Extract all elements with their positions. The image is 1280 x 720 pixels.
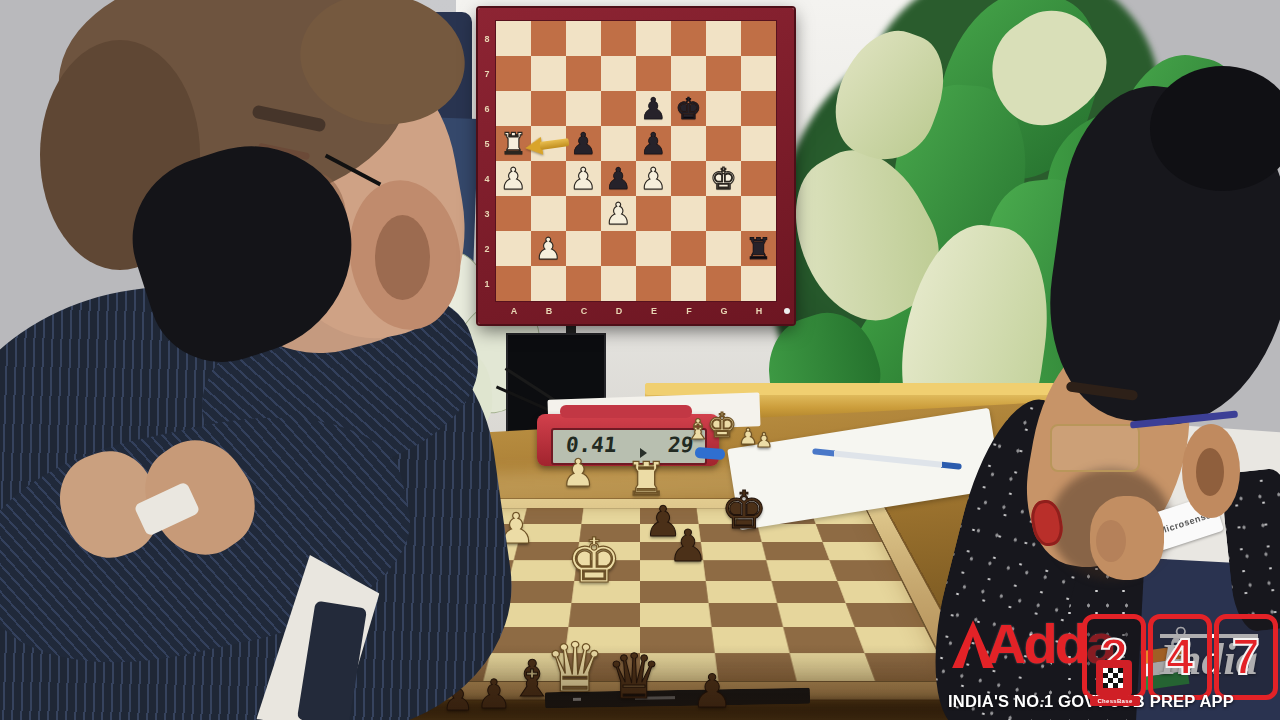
file-label-B: B	[543, 306, 555, 316]
square-e5: ♟	[636, 126, 671, 161]
rank-label-6: 6	[482, 104, 492, 114]
rank-label-1: 1	[482, 279, 492, 289]
square-a7	[496, 56, 531, 91]
physical-piece-wK: ♚	[566, 530, 622, 592]
square-g3	[706, 196, 741, 231]
physical-piece-bK: ♚	[721, 484, 768, 536]
square-f2	[671, 231, 706, 266]
right-player-thumb	[1096, 520, 1126, 562]
square-d5	[601, 126, 636, 161]
square-e2	[636, 231, 671, 266]
square-e6: ♟	[636, 91, 671, 126]
file-label-A: A	[508, 306, 520, 316]
diagram-piece-p-e5: ♟	[640, 129, 667, 159]
square-b7	[531, 56, 566, 91]
diagram-piece-p-d4: ♟	[605, 164, 632, 194]
physical-piece-wB: ♝	[685, 416, 710, 444]
square-c2	[566, 231, 601, 266]
square-e1	[636, 266, 671, 301]
square-d8	[601, 21, 636, 56]
square-g1	[706, 266, 741, 301]
square-b2: ♟	[531, 231, 566, 266]
square-c6	[566, 91, 601, 126]
square-h6	[741, 91, 776, 126]
square-g6	[706, 91, 741, 126]
file-label-F: F	[683, 306, 695, 316]
square-e4: ♟	[636, 161, 671, 196]
square-a2	[496, 231, 531, 266]
physical-piece-wR: ♜	[625, 456, 666, 502]
glasses-lens	[1050, 424, 1140, 472]
diagram-piece-r-h2: ♜	[745, 234, 772, 264]
diagram-piece-P-c4: ♟	[570, 164, 597, 194]
rank-label-4: 4	[482, 174, 492, 184]
chessbase-label: ChessBase	[1090, 696, 1140, 706]
square-b1	[531, 266, 566, 301]
square-f4	[671, 161, 706, 196]
chessbase-cube-icon	[1096, 660, 1132, 696]
square-a8	[496, 21, 531, 56]
square-c5: ♟	[566, 126, 601, 161]
diagram-piece-p-c5: ♟	[570, 129, 597, 159]
square-b4	[531, 161, 566, 196]
square-c8	[566, 21, 601, 56]
file-label-E: E	[648, 306, 660, 316]
logo-digit: 7	[1232, 628, 1260, 686]
diagram-piece-P-d3: ♟	[605, 199, 632, 229]
square-g2	[706, 231, 741, 266]
square-g7	[706, 56, 741, 91]
square-f1	[671, 266, 706, 301]
square-d4: ♟	[601, 161, 636, 196]
rank-label-8: 8	[482, 34, 492, 44]
square-a3	[496, 196, 531, 231]
chessbase-label-text: ChessBase	[1097, 698, 1132, 704]
square-a1	[496, 266, 531, 301]
diagram-piece-P-a4: ♟	[500, 164, 527, 194]
square-h7	[741, 56, 776, 91]
square-b6	[531, 91, 566, 126]
physical-piece-wP: ♟	[755, 430, 773, 450]
square-c7	[566, 56, 601, 91]
diagram-piece-k-f6: ♚	[675, 94, 702, 124]
physical-piece-wP: ♟	[561, 454, 595, 492]
square-g4: ♚	[706, 161, 741, 196]
square-e7	[636, 56, 671, 91]
pen-cap	[695, 447, 726, 460]
square-d7	[601, 56, 636, 91]
diagram-piece-p-e6: ♟	[640, 94, 667, 124]
square-h3	[741, 196, 776, 231]
diagram-piece-P-e4: ♟	[640, 164, 667, 194]
rank-label-7: 7	[482, 69, 492, 79]
square-h5	[741, 126, 776, 161]
clock-rocker	[560, 405, 692, 418]
rank-label-3: 3	[482, 209, 492, 219]
diagram-piece-R-a5: ♜	[500, 129, 527, 159]
file-label-D: D	[613, 306, 625, 316]
square-f3	[671, 196, 706, 231]
logo-digit: 4	[1166, 628, 1194, 686]
square-h1	[741, 266, 776, 301]
square-f7	[671, 56, 706, 91]
file-label-G: G	[718, 306, 730, 316]
diagram-piece-P-b2: ♟	[535, 234, 562, 264]
square-c4: ♟	[566, 161, 601, 196]
square-a6	[496, 91, 531, 126]
diagram-board: ♟♚♜♟♟♟♟♟♟♚♟♟♜	[496, 21, 776, 301]
left-player-ear-inner	[375, 215, 430, 300]
square-d2	[601, 231, 636, 266]
square-h2: ♜	[741, 231, 776, 266]
rank-label-5: 5	[482, 139, 492, 149]
physical-piece-bP: ♟	[668, 524, 707, 568]
broadcast-frame: 0.41 29 Microsense ♟♚♜♟♟♟♟♟♟♚♟♟♜	[0, 0, 1280, 720]
square-b8	[531, 21, 566, 56]
rank-label-2: 2	[482, 244, 492, 254]
square-h8	[741, 21, 776, 56]
square-d6	[601, 91, 636, 126]
square-h4	[741, 161, 776, 196]
square-e3	[636, 196, 671, 231]
file-label-C: C	[578, 306, 590, 316]
square-a4: ♟	[496, 161, 531, 196]
square-c3	[566, 196, 601, 231]
file-label-H: H	[753, 306, 765, 316]
right-player-ear-inner	[1196, 448, 1224, 496]
square-e8	[636, 21, 671, 56]
square-f8	[671, 21, 706, 56]
square-d1	[601, 266, 636, 301]
square-f5	[671, 126, 706, 161]
square-b3	[531, 196, 566, 231]
square-f6: ♚	[671, 91, 706, 126]
branding-area: ♗ India Adda 2 4 7 ChessBase INDIA'S NO.…	[938, 608, 1280, 720]
diagram-piece-K-g4: ♚	[710, 164, 737, 194]
diagram-logo-dot	[784, 308, 790, 314]
position-diagram: ♟♚♜♟♟♟♟♟♟♚♟♟♜ 87654321ABCDEFGH	[478, 8, 794, 324]
square-g5	[706, 126, 741, 161]
square-g8	[706, 21, 741, 56]
square-c1	[566, 266, 601, 301]
square-d3: ♟	[601, 196, 636, 231]
physical-piece-wK: ♚	[707, 408, 737, 442]
